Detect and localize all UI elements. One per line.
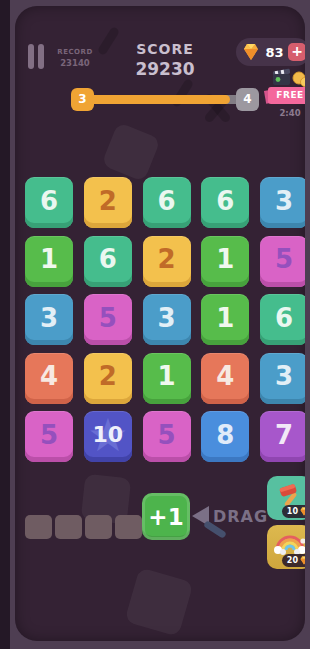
current-level-badge: 3	[71, 88, 94, 111]
tile-r3c1: 3	[25, 294, 73, 345]
pause-button[interactable]	[28, 44, 50, 69]
tile-r2c3: 2	[143, 236, 191, 287]
tile-value: 6	[275, 303, 293, 333]
hammer-cost-badge: 10	[282, 505, 305, 518]
gem-count: 83	[261, 45, 288, 60]
gem-counter: 83 +	[236, 38, 305, 66]
tile-r2c2: 6	[84, 236, 132, 287]
tile-value: 8	[216, 420, 234, 450]
tile-value: 1	[216, 244, 234, 274]
tile-value: 3	[275, 361, 293, 391]
add-gems-button[interactable]: +	[288, 43, 305, 61]
hammer-powerup-button[interactable]: 10	[267, 476, 305, 520]
tile-value: 10	[92, 422, 123, 447]
tile-value: 5	[40, 420, 58, 450]
tile-r1c4: 6	[201, 177, 249, 228]
tile-r5c3: 5	[143, 411, 191, 462]
tile-value: 3	[157, 303, 175, 333]
phone-frame: RECORD 23140 SCORE 29230 83 + 3 4	[10, 0, 310, 649]
tile-value: 3	[40, 303, 58, 333]
tray-slot	[25, 515, 52, 539]
free-timer: 2:40	[267, 108, 305, 118]
board: 626631621535316421435★10587	[25, 177, 305, 462]
tile-value: 2	[99, 186, 117, 216]
tile-value: 4	[40, 361, 58, 391]
tile-value: 6	[99, 244, 117, 274]
record-label: RECORD	[49, 48, 101, 56]
rainbow-cost-badge: 20	[282, 554, 305, 567]
tile-value: 1	[40, 244, 58, 274]
tile-value: 4	[216, 361, 234, 391]
decor-square	[101, 122, 161, 182]
tile-value: 5	[99, 303, 117, 333]
tile-r1c1: 6	[25, 177, 73, 228]
tile-r3c5: 6	[260, 294, 305, 345]
tile-value: 3	[275, 186, 293, 216]
record-value: 23140	[49, 58, 101, 68]
clapperboard-coins-icon	[267, 68, 305, 88]
tile-value: 5	[157, 420, 175, 450]
score-value: 29230	[105, 59, 225, 79]
pause-icon	[38, 44, 44, 69]
tray-slot	[115, 515, 142, 539]
tile-value: 6	[40, 186, 58, 216]
score-label: SCORE	[105, 41, 225, 57]
tile-value: 5	[275, 244, 293, 274]
tile-r2c4: 1	[201, 236, 249, 287]
tile-r5c5: 7	[260, 411, 305, 462]
tile-r4c5: 3	[260, 353, 305, 404]
record-panel: RECORD 23140	[49, 48, 101, 68]
tile-value: 6	[157, 186, 175, 216]
tray-slot	[85, 515, 112, 539]
next-tile[interactable]: +1	[142, 493, 190, 540]
decor-square	[124, 567, 193, 636]
tray-slots	[25, 515, 142, 539]
hammer-cost: 10	[287, 507, 298, 516]
game-screen: RECORD 23140 SCORE 29230 83 + 3 4	[15, 6, 305, 641]
tile-r3c4: 1	[201, 294, 249, 345]
tile-r4c1: 4	[25, 353, 73, 404]
tile-r1c5: 3	[260, 177, 305, 228]
tile-r3c3: 3	[143, 294, 191, 345]
drag-label: DRAG	[213, 507, 268, 526]
tile-r5c2: ★10	[84, 411, 132, 462]
tile-value: 2	[99, 361, 117, 391]
tile-value: 1	[157, 361, 175, 391]
rainbow-powerup-button[interactable]: 20	[267, 525, 305, 569]
level-progress-fill	[89, 95, 230, 104]
tile-r5c4: 8	[201, 411, 249, 462]
gem-icon	[241, 43, 261, 61]
free-label: FREE	[268, 87, 305, 104]
tile-value: 2	[157, 244, 175, 274]
rainbow-cost: 20	[287, 556, 298, 565]
next-level-badge: 4	[236, 88, 259, 111]
score-panel: SCORE 29230	[105, 41, 225, 79]
level-progress-bar	[89, 95, 241, 104]
gem-icon	[299, 556, 305, 565]
tile-r4c4: 4	[201, 353, 249, 404]
tile-r1c2: 2	[84, 177, 132, 228]
tray-slot	[55, 515, 82, 539]
tile-value: 7	[275, 420, 293, 450]
tile-r2c1: 1	[25, 236, 73, 287]
tile-value: 6	[216, 186, 234, 216]
tile-r4c2: 2	[84, 353, 132, 404]
gem-icon	[299, 507, 305, 516]
tile-r3c2: 5	[84, 294, 132, 345]
tile-r4c3: 1	[143, 353, 191, 404]
tile-value: 1	[216, 303, 234, 333]
tile-r1c3: 6	[143, 177, 191, 228]
free-reward-button[interactable]: FREE 2:40	[267, 68, 305, 120]
tile-r5c1: 5	[25, 411, 73, 462]
tile-r2c5: 5	[260, 236, 305, 287]
pause-icon	[28, 44, 34, 69]
